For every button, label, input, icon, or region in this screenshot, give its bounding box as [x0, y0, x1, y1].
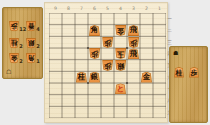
piece-glyph: 金	[143, 73, 150, 82]
board-piece-2六[interactable]: 金	[141, 72, 152, 83]
gote-hand-piece-香[interactable]: 香	[26, 21, 36, 32]
rank-label-2: 二	[166, 25, 173, 37]
file-label-5: 5	[101, 5, 114, 12]
piece-glyph: 歩	[11, 22, 18, 30]
rank-label-1: 一	[166, 13, 173, 25]
piece-glyph: 金	[117, 26, 124, 35]
piece-glyph: 玉	[117, 49, 124, 58]
gote-hand-count-香: 4	[36, 27, 39, 32]
gote-hand-piece-角[interactable]: 角	[26, 53, 36, 64]
piece-glyph: 飛	[130, 26, 137, 35]
board-piece-5三[interactable]: 歩	[102, 37, 113, 48]
gote-hand-count-金: 2	[19, 59, 22, 64]
piece-glyph: 歩	[130, 37, 137, 46]
gote-mark: ☖	[6, 69, 11, 75]
piece-glyph: 桂	[11, 39, 18, 47]
piece-glyph: 歩	[91, 49, 98, 58]
file-label-9: 9	[49, 5, 62, 12]
gote-hand-count-角: 1	[36, 59, 39, 64]
file-label-7: 7	[75, 5, 88, 12]
board-panel: 987654321 一二三四五六七八九 角金飛歩歩歩玉飛歩銀桂銀金と	[44, 2, 168, 123]
board-piece-3三[interactable]: 歩	[128, 37, 139, 48]
file-label-6: 6	[88, 5, 101, 12]
piece-glyph: 角	[91, 26, 98, 35]
sente-hand-piece-桂[interactable]: 桂	[174, 67, 184, 78]
file-label-3: 3	[127, 5, 140, 12]
gote-hand-stand: ☖ 歩12香4桂2銀2金2角1	[2, 7, 43, 79]
piece-glyph: 銀	[28, 39, 35, 47]
file-label-4: 4	[114, 5, 127, 12]
gote-hand-piece-歩[interactable]: 歩	[9, 21, 19, 32]
board-piece-3二[interactable]: 飛	[128, 25, 139, 36]
board-piece-7六[interactable]: 桂	[76, 72, 87, 83]
piece-glyph: 歩	[191, 69, 198, 77]
piece-glyph: 銀	[117, 61, 124, 70]
gote-hand-piece-金[interactable]: 金	[9, 53, 19, 64]
gote-hand-count-桂: 2	[19, 44, 22, 49]
board-piece-6二[interactable]: 角	[89, 25, 100, 36]
board-piece-4七[interactable]: と	[115, 83, 126, 94]
board-piece-4五[interactable]: 銀	[115, 60, 126, 71]
piece-glyph: 金	[11, 54, 18, 62]
piece-glyph: 角	[28, 54, 35, 62]
board-piece-3四[interactable]: 飛	[128, 48, 139, 59]
file-labels: 987654321	[49, 5, 166, 12]
piece-glyph: 銀	[91, 73, 98, 82]
gote-hand-piece-桂[interactable]: 桂	[9, 38, 19, 49]
shogi-diagram: ☖ 歩12香4桂2銀2金2角1 987654321 一二三四五六七八九 角金飛歩…	[0, 0, 210, 125]
sente-hand-piece-歩[interactable]: 歩	[189, 67, 199, 78]
file-label-1: 1	[153, 5, 166, 12]
piece-glyph: 飛	[130, 50, 137, 59]
board-piece-4二[interactable]: 金	[115, 25, 126, 36]
board-piece-6六[interactable]: 銀	[89, 72, 100, 83]
sente-mark: ☗	[173, 50, 178, 56]
piece-glyph: 歩	[104, 61, 111, 70]
gote-hand-piece-銀[interactable]: 銀	[26, 38, 36, 49]
gote-hand-count-銀: 2	[36, 44, 39, 49]
piece-glyph: と	[117, 85, 125, 94]
sente-hand-stand: ☗ 桂歩	[169, 46, 208, 123]
gote-hand-count-歩: 12	[19, 27, 26, 32]
file-label-2: 2	[140, 5, 153, 12]
piece-glyph: 香	[28, 22, 35, 30]
piece-glyph: 桂	[78, 73, 85, 82]
file-label-8: 8	[62, 5, 75, 12]
piece-glyph: 歩	[104, 37, 111, 46]
piece-glyph: 桂	[176, 69, 183, 77]
board-piece-5五[interactable]: 歩	[102, 60, 113, 71]
